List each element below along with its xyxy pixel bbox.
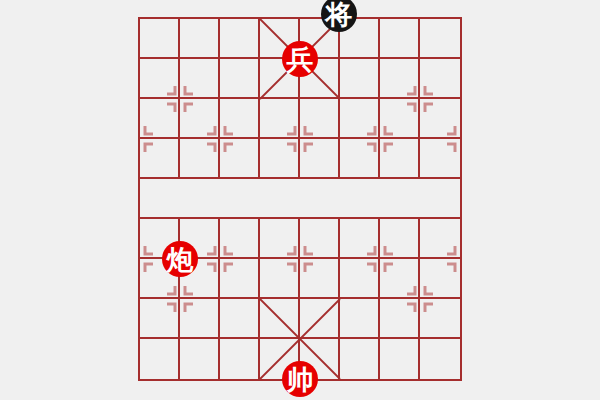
board-cell <box>140 19 180 59</box>
board-cell <box>180 19 220 59</box>
board-cell <box>220 339 260 379</box>
board-cell <box>180 139 220 179</box>
board-cell <box>420 219 460 259</box>
board-cell <box>180 99 220 139</box>
board-cell <box>420 59 460 99</box>
board-cell <box>140 139 180 179</box>
board-cell <box>260 219 300 259</box>
board-cell <box>420 19 460 59</box>
board-cell <box>340 339 380 379</box>
board-cell <box>380 59 420 99</box>
board-cell <box>420 339 460 379</box>
board-cell <box>340 259 380 299</box>
board-cell <box>300 139 340 179</box>
board-cell <box>260 259 300 299</box>
red-general[interactable]: 帅 <box>282 361 318 397</box>
board-cell <box>340 139 380 179</box>
board-cell <box>220 19 260 59</box>
board-cell <box>260 99 300 139</box>
board-cell <box>420 99 460 139</box>
board-cell <box>340 99 380 139</box>
black-general[interactable]: 将 <box>321 0 357 32</box>
board-cell <box>340 299 380 339</box>
board-cell <box>180 59 220 99</box>
red-cannon[interactable]: 炮 <box>162 241 198 277</box>
board-cell <box>380 19 420 59</box>
board-cell <box>380 99 420 139</box>
board-cell <box>420 139 460 179</box>
board-cell <box>340 59 380 99</box>
board-cell <box>140 339 180 379</box>
board-cell <box>300 219 340 259</box>
board-cell <box>140 59 180 99</box>
board-cell <box>300 259 340 299</box>
board-cell <box>380 259 420 299</box>
board-cell <box>260 139 300 179</box>
board-cell <box>300 299 340 339</box>
board-cell <box>380 219 420 259</box>
xiangqi-board: 将兵炮帅 <box>0 0 600 400</box>
board-cell <box>380 299 420 339</box>
board-cell <box>220 59 260 99</box>
board-cell <box>340 219 380 259</box>
board-cell <box>380 139 420 179</box>
board-cell <box>220 99 260 139</box>
red-soldier[interactable]: 兵 <box>282 41 318 77</box>
board-cell <box>300 99 340 139</box>
board-cell <box>220 259 260 299</box>
board-cell <box>220 219 260 259</box>
board-cell <box>420 299 460 339</box>
board-cell <box>180 299 220 339</box>
board-cell <box>140 99 180 139</box>
board-cell <box>380 339 420 379</box>
board-cell <box>180 339 220 379</box>
board-cell <box>140 299 180 339</box>
board-cell <box>220 299 260 339</box>
board-cell <box>420 259 460 299</box>
river <box>140 179 460 219</box>
board-cell <box>260 299 300 339</box>
board-cell <box>220 139 260 179</box>
